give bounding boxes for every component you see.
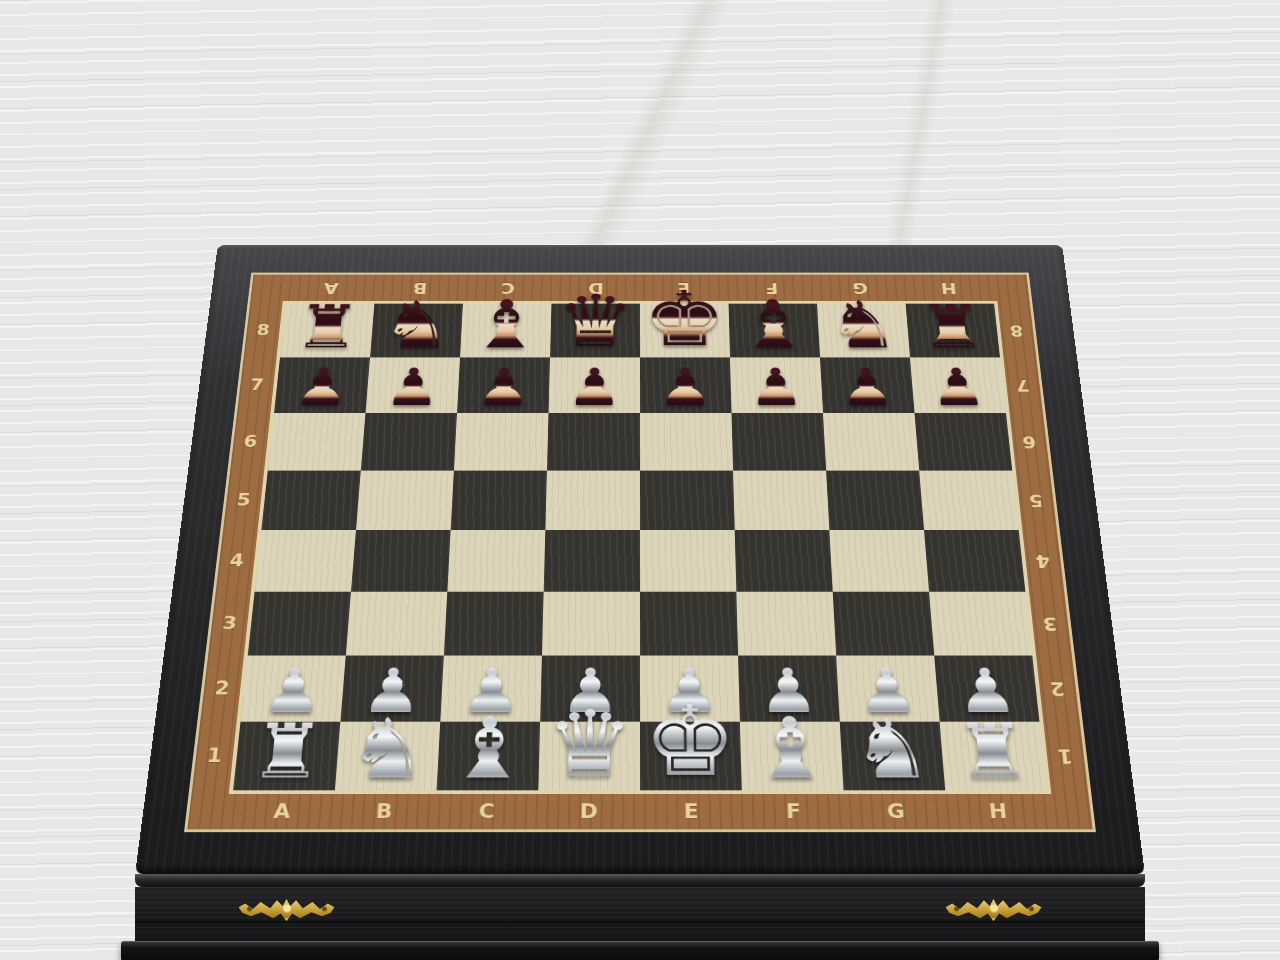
box-front-panel [135, 887, 1145, 941]
square-f4[interactable] [735, 530, 833, 592]
piece-black-pawn-g7[interactable]: ♟ [838, 363, 896, 412]
rank-label-left-7: 7 [249, 377, 264, 393]
file-label-bottom-h: H [988, 801, 1008, 821]
file-label-bottom-a: A [273, 801, 292, 821]
square-e7[interactable]: ♟ [640, 357, 732, 413]
brass-clasp-right[interactable] [946, 899, 1042, 921]
square-c4[interactable] [447, 530, 545, 592]
square-f5[interactable] [733, 471, 829, 531]
piece-white-bishop-c1[interactable]: ♝ [446, 708, 531, 788]
square-c3[interactable] [444, 592, 544, 656]
square-a5[interactable] [261, 471, 361, 531]
piece-black-pawn-b7[interactable]: ♟ [384, 363, 442, 412]
square-c1[interactable]: ♝ [437, 722, 541, 791]
piece-white-rook-a1[interactable]: ♜ [247, 717, 327, 789]
file-labels-bottom: ABCDEFGH [225, 794, 1055, 829]
rank-label-left-4: 4 [229, 552, 245, 570]
piece-black-pawn-e7[interactable]: ♟ [658, 363, 713, 412]
square-b7[interactable]: ♟ [365, 357, 460, 413]
box-front-face [135, 874, 1145, 960]
square-g4[interactable] [829, 530, 929, 592]
square-f7[interactable]: ♟ [730, 357, 823, 413]
square-a8[interactable]: ♜ [280, 304, 374, 358]
square-e4[interactable] [640, 530, 736, 592]
piece-black-rook-h8[interactable]: ♜ [917, 300, 987, 356]
square-b3[interactable] [346, 592, 448, 656]
rank-label-right-2: 2 [1049, 679, 1066, 698]
square-h6[interactable] [915, 413, 1013, 471]
square-a7[interactable]: ♟ [274, 357, 370, 413]
square-b8[interactable]: ♞ [370, 304, 463, 358]
piece-black-pawn-d7[interactable]: ♟ [567, 363, 622, 412]
square-g8[interactable]: ♞ [817, 304, 910, 358]
box-lid-top: ABCDEFGH 87654321 87654321 ABCDEFGH ♜♞♝♛… [135, 245, 1145, 874]
square-h4[interactable] [924, 530, 1025, 592]
square-a6[interactable] [268, 413, 366, 471]
rank-label-left-1: 1 [206, 746, 223, 766]
square-h7[interactable]: ♟ [910, 357, 1006, 413]
piece-white-bishop-f1[interactable]: ♝ [749, 708, 834, 788]
square-g6[interactable] [823, 413, 919, 471]
inner-fillet: ♜♞♝♛♚♝♞♜♟♟♟♟♟♟♟♟♟♟♟♟♟♟♟♟♜♞♝♛♚♝♞♜ [229, 301, 1051, 794]
square-f1[interactable]: ♝ [740, 722, 844, 791]
square-e5[interactable] [640, 471, 735, 531]
square-c8[interactable]: ♝ [460, 304, 551, 358]
square-d8[interactable]: ♛ [550, 304, 640, 358]
square-d3[interactable] [542, 592, 640, 656]
square-h3[interactable] [929, 592, 1032, 656]
brass-clasp-left[interactable] [239, 899, 335, 921]
square-b1[interactable]: ♞ [335, 722, 440, 791]
square-a1[interactable]: ♜ [233, 722, 340, 791]
rank-label-left-2: 2 [214, 679, 231, 698]
file-label-bottom-b: B [375, 801, 393, 821]
square-e6[interactable] [640, 413, 733, 471]
rank-label-right-6: 6 [1022, 433, 1037, 450]
square-g3[interactable] [833, 592, 935, 656]
piece-black-bishop-c8[interactable]: ♝ [469, 293, 544, 356]
piece-black-queen-d8[interactable]: ♛ [555, 288, 634, 356]
file-label-bottom-e: E [684, 801, 699, 821]
piece-white-king-e1[interactable]: ♚ [643, 697, 738, 789]
outer-fillet: ABCDEFGH 87654321 87654321 ABCDEFGH ♜♞♝♛… [184, 273, 1096, 833]
rank-label-right-8: 8 [1009, 323, 1024, 339]
rank-label-left-8: 8 [256, 323, 271, 339]
piece-black-knight-b8[interactable]: ♞ [379, 294, 454, 356]
board-grid: ♜♞♝♛♚♝♞♜♟♟♟♟♟♟♟♟♟♟♟♟♟♟♟♟♜♞♝♛♚♝♞♜ [233, 304, 1047, 791]
square-f8[interactable]: ♝ [729, 304, 820, 358]
piece-black-pawn-a7[interactable]: ♟ [292, 363, 351, 412]
square-e1[interactable]: ♚ [640, 722, 742, 791]
square-e8[interactable]: ♚ [640, 304, 730, 358]
piece-black-rook-a8[interactable]: ♜ [293, 300, 363, 356]
square-b6[interactable] [361, 413, 457, 471]
piece-black-pawn-h7[interactable]: ♟ [928, 363, 987, 412]
square-a4[interactable] [255, 530, 356, 592]
rank-label-left-5: 5 [236, 491, 252, 508]
square-c5[interactable] [451, 471, 547, 531]
rank-label-right-1: 1 [1057, 746, 1074, 766]
piece-black-bishop-f8[interactable]: ♝ [737, 293, 812, 356]
square-d7[interactable]: ♟ [548, 357, 640, 413]
file-label-bottom-g: G [886, 801, 905, 821]
square-g1[interactable]: ♞ [840, 722, 945, 791]
square-f3[interactable] [736, 592, 836, 656]
square-h5[interactable] [919, 471, 1019, 531]
rank-label-left-3: 3 [221, 614, 237, 632]
coordinate-band: ABCDEFGH 87654321 87654321 ABCDEFGH ♜♞♝♛… [187, 275, 1092, 830]
rank-label-right-5: 5 [1028, 491, 1044, 508]
square-e3[interactable] [640, 592, 738, 656]
square-d6[interactable] [547, 413, 640, 471]
box-base-molding [121, 941, 1159, 960]
square-g7[interactable]: ♟ [820, 357, 915, 413]
square-d5[interactable] [545, 471, 640, 531]
square-c7[interactable]: ♟ [457, 357, 550, 413]
square-d1[interactable]: ♛ [538, 722, 640, 791]
piece-white-knight-g1[interactable]: ♞ [849, 710, 934, 789]
square-a3[interactable] [248, 592, 351, 656]
square-b5[interactable] [356, 471, 454, 531]
file-label-bottom-d: D [580, 801, 598, 821]
piece-black-pawn-c7[interactable]: ♟ [475, 363, 532, 412]
square-d4[interactable] [544, 530, 640, 592]
rank-label-right-3: 3 [1042, 614, 1058, 632]
file-label-bottom-c: C [478, 801, 495, 821]
piece-white-rook-h1[interactable]: ♜ [953, 717, 1033, 789]
square-b4[interactable] [351, 530, 451, 592]
chess-box: ABCDEFGH 87654321 87654321 ABCDEFGH ♜♞♝♛… [135, 92, 1145, 960]
piece-white-queen-d1[interactable]: ♛ [544, 702, 634, 789]
square-h1[interactable]: ♜ [940, 722, 1047, 791]
square-h8[interactable]: ♜ [906, 304, 1000, 358]
square-c6[interactable] [454, 413, 549, 471]
rank-label-right-7: 7 [1015, 377, 1030, 393]
piece-black-pawn-f7[interactable]: ♟ [748, 363, 805, 412]
file-label-bottom-f: F [786, 801, 802, 821]
piece-black-king-e8[interactable]: ♚ [643, 284, 727, 356]
rank-label-left-6: 6 [243, 433, 258, 450]
square-g5[interactable] [826, 471, 924, 531]
square-f6[interactable] [732, 413, 827, 471]
rank-label-right-4: 4 [1035, 552, 1051, 570]
box-lid-edge [135, 874, 1145, 887]
piece-black-knight-g8[interactable]: ♞ [826, 294, 901, 356]
piece-white-knight-b1[interactable]: ♞ [345, 710, 430, 789]
